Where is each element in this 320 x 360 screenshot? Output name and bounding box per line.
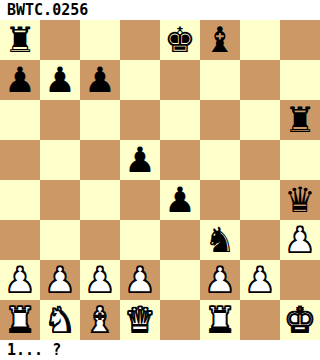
- white-pawn[interactable]: ♟: [84, 260, 115, 300]
- black-pawn[interactable]: ♟: [44, 60, 75, 100]
- black-knight[interactable]: ♞: [204, 220, 235, 260]
- square-a2[interactable]: ♟: [0, 260, 40, 300]
- square-f1[interactable]: ♜: [200, 300, 240, 340]
- black-king[interactable]: ♚: [164, 20, 195, 60]
- square-b1[interactable]: ♞: [40, 300, 80, 340]
- square-f5[interactable]: [200, 140, 240, 180]
- square-b7[interactable]: ♟: [40, 60, 80, 100]
- square-h2[interactable]: [280, 260, 320, 300]
- square-f8[interactable]: ♝: [200, 20, 240, 60]
- white-queen[interactable]: ♛: [124, 300, 155, 340]
- square-g2[interactable]: ♟: [240, 260, 280, 300]
- square-d6[interactable]: [120, 100, 160, 140]
- square-a6[interactable]: [0, 100, 40, 140]
- square-a7[interactable]: ♟: [0, 60, 40, 100]
- square-d7[interactable]: [120, 60, 160, 100]
- square-a4[interactable]: [0, 180, 40, 220]
- square-c8[interactable]: [80, 20, 120, 60]
- square-e8[interactable]: ♚: [160, 20, 200, 60]
- square-g6[interactable]: [240, 100, 280, 140]
- square-g4[interactable]: [240, 180, 280, 220]
- square-f6[interactable]: [200, 100, 240, 140]
- title-bar: BWTC.0256: [0, 0, 320, 20]
- square-a1[interactable]: ♜: [0, 300, 40, 340]
- square-e1[interactable]: [160, 300, 200, 340]
- black-pawn[interactable]: ♟: [84, 60, 115, 100]
- white-pawn[interactable]: ♟: [244, 260, 275, 300]
- puzzle-id: BWTC.0256: [0, 0, 88, 20]
- black-rook[interactable]: ♜: [284, 100, 315, 140]
- chess-board: ♜♚♝♟♟♟♜♟♟♛♞♟♟♟♟♟♟♟♜♞♝♛♜♚: [0, 20, 320, 340]
- white-pawn[interactable]: ♟: [284, 220, 315, 260]
- square-h6[interactable]: ♜: [280, 100, 320, 140]
- square-g7[interactable]: [240, 60, 280, 100]
- square-d3[interactable]: [120, 220, 160, 260]
- white-knight[interactable]: ♞: [44, 300, 75, 340]
- square-b6[interactable]: [40, 100, 80, 140]
- white-pawn[interactable]: ♟: [44, 260, 75, 300]
- square-e2[interactable]: [160, 260, 200, 300]
- square-f3[interactable]: ♞: [200, 220, 240, 260]
- square-b8[interactable]: [40, 20, 80, 60]
- status-bar: 1... ?: [0, 340, 320, 360]
- square-c4[interactable]: [80, 180, 120, 220]
- square-c7[interactable]: ♟: [80, 60, 120, 100]
- square-f2[interactable]: ♟: [200, 260, 240, 300]
- square-c1[interactable]: ♝: [80, 300, 120, 340]
- square-g5[interactable]: [240, 140, 280, 180]
- square-e6[interactable]: [160, 100, 200, 140]
- white-pawn[interactable]: ♟: [204, 260, 235, 300]
- square-h3[interactable]: ♟: [280, 220, 320, 260]
- square-g1[interactable]: [240, 300, 280, 340]
- black-pawn[interactable]: ♟: [124, 140, 155, 180]
- white-pawn[interactable]: ♟: [4, 260, 35, 300]
- white-bishop[interactable]: ♝: [84, 300, 115, 340]
- square-a8[interactable]: ♜: [0, 20, 40, 60]
- square-g3[interactable]: [240, 220, 280, 260]
- square-d1[interactable]: ♛: [120, 300, 160, 340]
- square-c2[interactable]: ♟: [80, 260, 120, 300]
- square-h8[interactable]: [280, 20, 320, 60]
- white-pawn[interactable]: ♟: [124, 260, 155, 300]
- square-h4[interactable]: ♛: [280, 180, 320, 220]
- square-h1[interactable]: ♚: [280, 300, 320, 340]
- square-d2[interactable]: ♟: [120, 260, 160, 300]
- square-g8[interactable]: [240, 20, 280, 60]
- square-e3[interactable]: [160, 220, 200, 260]
- square-a3[interactable]: [0, 220, 40, 260]
- square-c6[interactable]: [80, 100, 120, 140]
- square-a5[interactable]: [0, 140, 40, 180]
- square-e5[interactable]: [160, 140, 200, 180]
- square-e7[interactable]: [160, 60, 200, 100]
- square-b3[interactable]: [40, 220, 80, 260]
- square-d5[interactable]: ♟: [120, 140, 160, 180]
- black-rook[interactable]: ♜: [4, 20, 35, 60]
- black-pawn[interactable]: ♟: [164, 180, 195, 220]
- square-h7[interactable]: [280, 60, 320, 100]
- black-bishop[interactable]: ♝: [204, 20, 235, 60]
- square-f7[interactable]: [200, 60, 240, 100]
- move-prompt: 1... ?: [0, 340, 61, 360]
- square-h5[interactable]: [280, 140, 320, 180]
- square-c3[interactable]: [80, 220, 120, 260]
- square-e4[interactable]: ♟: [160, 180, 200, 220]
- white-rook[interactable]: ♜: [4, 300, 35, 340]
- black-queen[interactable]: ♛: [284, 180, 315, 220]
- black-pawn[interactable]: ♟: [4, 60, 35, 100]
- square-d4[interactable]: [120, 180, 160, 220]
- square-c5[interactable]: [80, 140, 120, 180]
- square-b4[interactable]: [40, 180, 80, 220]
- square-b2[interactable]: ♟: [40, 260, 80, 300]
- white-rook[interactable]: ♜: [204, 300, 235, 340]
- square-f4[interactable]: [200, 180, 240, 220]
- square-d8[interactable]: [120, 20, 160, 60]
- white-king[interactable]: ♚: [284, 300, 315, 340]
- square-b5[interactable]: [40, 140, 80, 180]
